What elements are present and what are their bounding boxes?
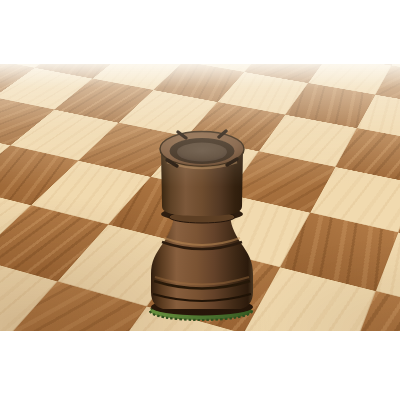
rook-turret <box>160 131 244 216</box>
product-photo <box>0 0 400 400</box>
rook-stem-and-base <box>151 212 253 316</box>
board-photo <box>0 64 400 331</box>
white-margin-top <box>0 0 400 64</box>
rook-piece <box>142 126 262 322</box>
white-margin-bottom <box>0 331 400 400</box>
